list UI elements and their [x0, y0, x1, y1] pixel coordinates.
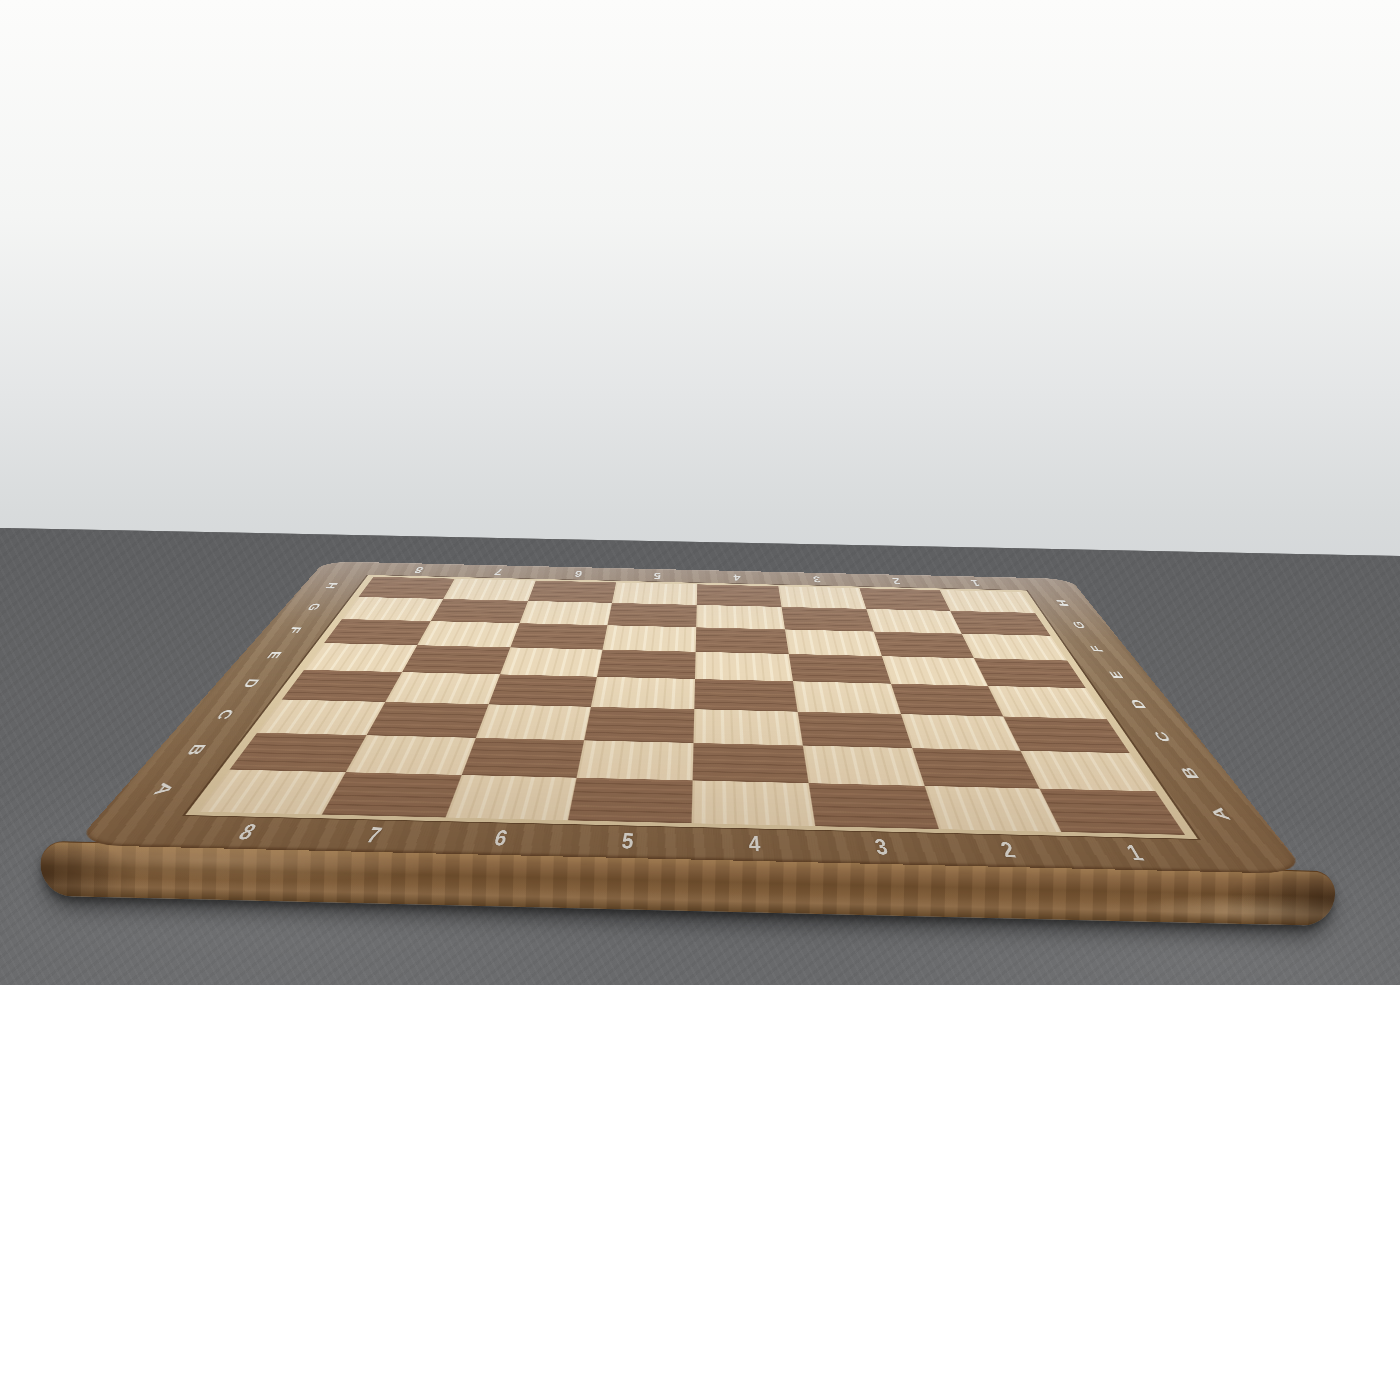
square-B6 — [461, 738, 584, 778]
square-D7 — [385, 672, 499, 704]
rank-labels-front: 87654321 — [172, 815, 1210, 871]
square-D6 — [488, 674, 597, 706]
square-C2 — [900, 714, 1020, 750]
square-E3 — [789, 654, 891, 684]
coordinate-label: 5 — [614, 557, 698, 595]
square-E4 — [695, 652, 793, 681]
square-F7 — [417, 621, 519, 647]
square-F2 — [873, 631, 974, 658]
square-G4 — [696, 605, 785, 629]
square-G2 — [866, 609, 962, 634]
square-C7 — [366, 702, 488, 738]
square-G3 — [781, 607, 873, 632]
square-F5 — [603, 625, 696, 652]
square-C5 — [584, 707, 694, 743]
square-D4 — [694, 679, 797, 712]
coordinate-label: 3 — [774, 561, 862, 599]
square-G7 — [431, 599, 528, 623]
coordinate-label: 4 — [690, 800, 825, 895]
square-D3 — [793, 681, 901, 714]
square-E7 — [402, 645, 510, 674]
square-F6 — [510, 623, 608, 650]
coordinate-label: 4 — [697, 559, 780, 597]
square-B4 — [693, 743, 809, 783]
coordinate-label: 6 — [531, 556, 621, 593]
coordinate-label: 5 — [555, 797, 693, 891]
square-E6 — [500, 647, 603, 676]
square-D2 — [890, 684, 1003, 717]
square-C6 — [475, 704, 591, 740]
square-F3 — [785, 629, 882, 656]
product-photo-scene: 87654321 87654321 HGFEDCBA HGFEDCBA — [0, 0, 1400, 1400]
square-D5 — [591, 677, 695, 709]
square-B3 — [803, 745, 925, 786]
photograph: 87654321 87654321 HGFEDCBA HGFEDCBA — [0, 0, 1400, 985]
square-E5 — [597, 650, 695, 679]
square-B2 — [912, 748, 1040, 789]
square-E2 — [881, 656, 988, 686]
chessboard: 87654321 87654321 HGFEDCBA HGFEDCBA — [219, 203, 1171, 985]
square-F4 — [696, 627, 789, 654]
square-G5 — [608, 603, 697, 627]
square-B5 — [577, 740, 694, 780]
square-C3 — [797, 712, 911, 748]
square-C4 — [693, 709, 802, 745]
square-G6 — [519, 601, 612, 625]
rank-labels-back: 87654321 — [375, 563, 1020, 591]
board-top-face: 87654321 87654321 HGFEDCBA HGFEDCBA — [73, 561, 1308, 874]
square-B7 — [345, 735, 475, 775]
